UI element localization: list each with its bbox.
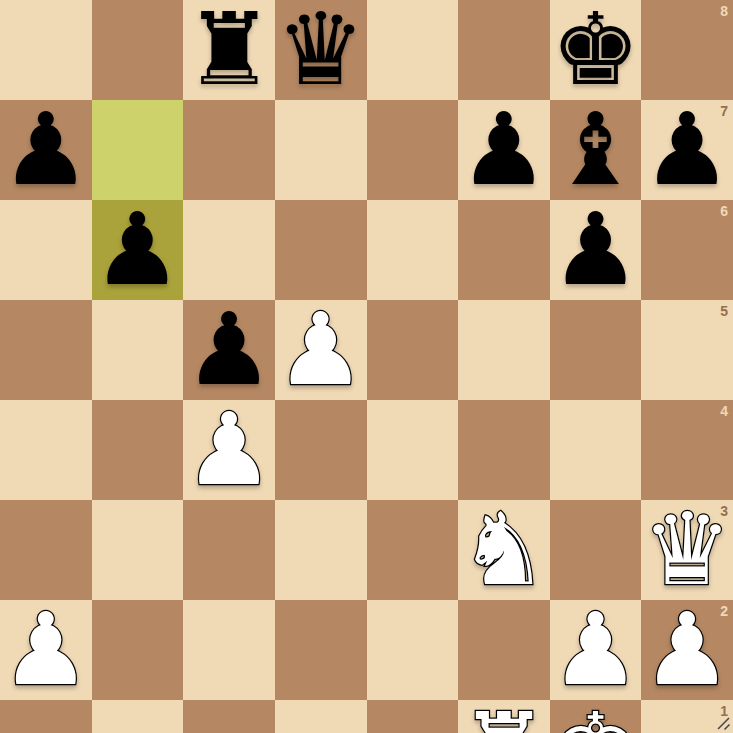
square-d8[interactable]: ♛ (275, 0, 367, 100)
white-pawn[interactable]: ♟ (1, 600, 91, 700)
square-f6[interactable] (458, 200, 550, 300)
square-c8[interactable]: ♜ (183, 0, 275, 100)
square-e3[interactable] (367, 500, 459, 600)
black-bishop[interactable]: ♝ (551, 100, 641, 200)
square-b4[interactable] (92, 400, 184, 500)
square-b3[interactable] (92, 500, 184, 600)
board-resize-handle[interactable] (714, 714, 732, 732)
square-b5[interactable] (92, 300, 184, 400)
square-e6[interactable] (367, 200, 459, 300)
square-b2[interactable] (92, 600, 184, 700)
black-pawn[interactable]: ♟ (93, 200, 183, 300)
square-e5[interactable] (367, 300, 459, 400)
white-pawn[interactable]: ♟ (551, 600, 641, 700)
black-queen[interactable]: ♛ (276, 0, 366, 100)
square-d5[interactable]: ♟ (275, 300, 367, 400)
white-pawn[interactable]: ♟ (184, 400, 274, 500)
white-pawn[interactable]: ♟ (642, 600, 732, 700)
square-f1[interactable]: ♜f (458, 700, 550, 733)
square-b1[interactable]: b (92, 700, 184, 733)
square-g1[interactable]: ♚g (550, 700, 642, 733)
square-g4[interactable] (550, 400, 642, 500)
square-b8[interactable] (92, 0, 184, 100)
rank-label-8: 8 (720, 4, 728, 18)
square-c6[interactable] (183, 200, 275, 300)
square-f4[interactable] (458, 400, 550, 500)
square-g2[interactable]: ♟ (550, 600, 642, 700)
black-rook[interactable]: ♜ (184, 0, 274, 100)
square-f3[interactable]: ♞ (458, 500, 550, 600)
square-h4[interactable]: 4 (641, 400, 733, 500)
square-c5[interactable]: ♟ (183, 300, 275, 400)
chess-board: ♜♛♚8♟♟♝♟7♟♟6♟♟5♟4♞♛3♟♟♟2abcde♜f♚g1h (0, 0, 733, 733)
square-f7[interactable]: ♟ (458, 100, 550, 200)
rank-label-4: 4 (720, 404, 728, 418)
square-a4[interactable] (0, 400, 92, 500)
square-h7[interactable]: ♟7 (641, 100, 733, 200)
square-h8[interactable]: 8 (641, 0, 733, 100)
square-e7[interactable] (367, 100, 459, 200)
white-queen[interactable]: ♛ (642, 500, 732, 600)
square-a5[interactable] (0, 300, 92, 400)
square-f2[interactable] (458, 600, 550, 700)
black-pawn[interactable]: ♟ (1, 100, 91, 200)
black-king[interactable]: ♚ (551, 0, 641, 100)
square-g5[interactable] (550, 300, 642, 400)
square-d2[interactable] (275, 600, 367, 700)
square-c2[interactable] (183, 600, 275, 700)
black-pawn[interactable]: ♟ (459, 100, 549, 200)
square-e8[interactable] (367, 0, 459, 100)
square-a7[interactable]: ♟ (0, 100, 92, 200)
white-king[interactable]: ♚ (551, 700, 641, 733)
square-b7[interactable] (92, 100, 184, 200)
square-h2[interactable]: ♟2 (641, 600, 733, 700)
square-h6[interactable]: 6 (641, 200, 733, 300)
square-f8[interactable] (458, 0, 550, 100)
square-d7[interactable] (275, 100, 367, 200)
square-f5[interactable] (458, 300, 550, 400)
square-c7[interactable] (183, 100, 275, 200)
black-pawn[interactable]: ♟ (642, 100, 732, 200)
square-e1[interactable]: e (367, 700, 459, 733)
square-d1[interactable]: d (275, 700, 367, 733)
rank-label-6: 6 (720, 204, 728, 218)
square-d4[interactable] (275, 400, 367, 500)
white-knight[interactable]: ♞ (459, 500, 549, 600)
square-g3[interactable] (550, 500, 642, 600)
square-d6[interactable] (275, 200, 367, 300)
white-pawn[interactable]: ♟ (276, 300, 366, 400)
square-a2[interactable]: ♟ (0, 600, 92, 700)
square-e2[interactable] (367, 600, 459, 700)
square-d3[interactable] (275, 500, 367, 600)
rank-label-5: 5 (720, 304, 728, 318)
square-c1[interactable]: c (183, 700, 275, 733)
square-a3[interactable] (0, 500, 92, 600)
square-c4[interactable]: ♟ (183, 400, 275, 500)
square-h5[interactable]: 5 (641, 300, 733, 400)
black-pawn[interactable]: ♟ (551, 200, 641, 300)
square-g6[interactable]: ♟ (550, 200, 642, 300)
white-rook[interactable]: ♜ (459, 700, 549, 733)
square-a8[interactable] (0, 0, 92, 100)
black-pawn[interactable]: ♟ (184, 300, 274, 400)
square-e4[interactable] (367, 400, 459, 500)
square-g8[interactable]: ♚ (550, 0, 642, 100)
square-h3[interactable]: ♛3 (641, 500, 733, 600)
square-c3[interactable] (183, 500, 275, 600)
square-b6[interactable]: ♟ (92, 200, 184, 300)
square-a1[interactable]: a (0, 700, 92, 733)
square-a6[interactable] (0, 200, 92, 300)
square-g7[interactable]: ♝ (550, 100, 642, 200)
